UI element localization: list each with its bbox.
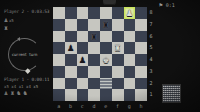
square-g2[interactable]	[124, 78, 136, 90]
square-h1[interactable]	[135, 89, 147, 101]
square-d4[interactable]	[88, 54, 100, 66]
captured-item: ♜	[4, 24, 49, 32]
square-g4[interactable]	[124, 54, 136, 66]
pawn-icon: ♟	[4, 90, 8, 97]
square-e6[interactable]	[100, 31, 112, 43]
square-e5[interactable]	[100, 42, 112, 54]
knight-icon: ♞	[23, 90, 27, 97]
square-a1[interactable]	[53, 89, 65, 101]
square-g7[interactable]	[124, 19, 136, 31]
square-b3[interactable]	[65, 66, 77, 78]
square-c1[interactable]	[77, 89, 89, 101]
square-g3[interactable]	[124, 66, 136, 78]
square-f6[interactable]	[112, 31, 124, 43]
square-f7[interactable]	[112, 19, 124, 31]
square-e4[interactable]: ♚	[100, 54, 112, 66]
square-b4[interactable]	[65, 54, 77, 66]
current-turn-indicator: current turn	[8, 38, 41, 71]
rank-labels: 87654321	[147, 7, 155, 101]
square-h8[interactable]	[135, 7, 147, 19]
file-labels: abcdefgh	[53, 102, 147, 110]
square-d3[interactable]	[88, 66, 100, 78]
rank-label-8: 8	[147, 7, 155, 19]
square-a2[interactable]	[53, 78, 65, 90]
rook-icon: ♜	[4, 24, 8, 32]
square-e7[interactable]: ♜	[100, 19, 112, 31]
square-a6[interactable]	[53, 31, 65, 43]
black-pawn[interactable]: ♟	[79, 54, 85, 66]
minimap-thumbnail[interactable]	[163, 85, 180, 102]
file-label-b: b	[65, 102, 77, 110]
current-turn-label: current turn	[12, 52, 37, 57]
rank-label-1: 1	[147, 89, 155, 101]
square-c4[interactable]: ♟	[77, 54, 89, 66]
rank-label-4: 4	[147, 54, 155, 66]
rook-icon: ♜	[10, 90, 14, 97]
square-f3[interactable]	[112, 66, 124, 78]
square-a7[interactable]	[53, 19, 65, 31]
file-label-h: h	[135, 102, 147, 110]
menu-pill[interactable]	[103, 0, 116, 5]
square-b8[interactable]	[65, 7, 77, 19]
square-f8[interactable]	[112, 7, 124, 19]
captured-item: ♟ x5	[4, 16, 49, 24]
square-g5[interactable]	[124, 42, 136, 54]
square-b6[interactable]	[65, 31, 77, 43]
captured-count: x5	[33, 84, 38, 89]
black-pawn[interactable]: ♟	[67, 42, 73, 54]
score-text: 0:1	[166, 2, 175, 8]
square-f2[interactable]	[112, 78, 124, 90]
chess-board: ♟♜♜♟♜♟♚	[53, 7, 147, 101]
square-h3[interactable]	[135, 66, 147, 78]
rank-label-6: 6	[147, 31, 155, 43]
player1-panel: Player 1 - 0:00:11 x5x4x1x4x5 ♟♜♞♞	[4, 77, 49, 97]
square-d7[interactable]	[88, 19, 100, 31]
square-e3[interactable]	[100, 66, 112, 78]
square-d8[interactable]	[88, 7, 100, 19]
square-b2[interactable]	[65, 78, 77, 90]
rank-label-7: 7	[147, 19, 155, 31]
black-rook[interactable]: ♜	[103, 19, 109, 31]
captured-count: x5	[9, 18, 14, 23]
rank-label-5: 5	[147, 42, 155, 54]
square-b7[interactable]	[65, 19, 77, 31]
knight-icon: ♞	[17, 90, 21, 97]
square-g8[interactable]: ♟	[124, 7, 136, 19]
square-e1[interactable]	[100, 89, 112, 101]
square-d6[interactable]: ♜	[88, 31, 100, 43]
turn-marker-dot	[25, 68, 30, 73]
square-d5[interactable]	[88, 42, 100, 54]
square-a8[interactable]	[53, 7, 65, 19]
player1-timer: Player 1 - 0:00:11	[4, 77, 49, 82]
square-e2[interactable]	[100, 78, 112, 90]
player2-panel: Player 2 - 0:03:53 ♟ x5 ♜	[4, 9, 49, 32]
turn-arrow-icon	[17, 37, 20, 41]
white-king[interactable]: ♚	[103, 54, 109, 66]
square-g1[interactable]	[124, 89, 136, 101]
square-c7[interactable]	[77, 19, 89, 31]
rank-label-2: 2	[147, 78, 155, 90]
square-g6[interactable]	[124, 31, 136, 43]
file-label-c: c	[77, 102, 89, 110]
square-a4[interactable]	[53, 54, 65, 66]
square-h7[interactable]	[135, 19, 147, 31]
square-c3[interactable]	[77, 66, 89, 78]
rank-label-3: 3	[147, 66, 155, 78]
player2-timer: Player 2 - 0:03:53	[4, 9, 49, 14]
file-label-g: g	[124, 102, 136, 110]
player1-captured-icons: ♟♜♞♞	[4, 90, 49, 97]
square-d1[interactable]	[88, 89, 100, 101]
white-rook[interactable]: ♜	[114, 42, 120, 54]
square-d2[interactable]	[88, 78, 100, 90]
file-label-a: a	[53, 102, 65, 110]
square-c6[interactable]	[77, 31, 89, 43]
white-pawn[interactable]: ♟	[126, 7, 132, 19]
score-area: ⚑ 0:1	[159, 1, 175, 8]
square-h2[interactable]	[135, 78, 147, 90]
square-e8[interactable]	[100, 7, 112, 19]
square-h6[interactable]	[135, 31, 147, 43]
square-h4[interactable]	[135, 54, 147, 66]
file-label-f: f	[112, 102, 124, 110]
square-f5[interactable]: ♜	[112, 42, 124, 54]
file-label-e: e	[100, 102, 112, 110]
player2-captured-tray: ♟ x5 ♜	[4, 16, 49, 32]
square-a3[interactable]	[53, 66, 65, 78]
square-a5[interactable]	[53, 42, 65, 54]
pawn-icon: ♟	[4, 16, 8, 24]
square-c5[interactable]	[77, 42, 89, 54]
square-f1[interactable]	[112, 89, 124, 101]
flag-icon: ⚑	[159, 1, 163, 8]
square-h5[interactable]	[135, 42, 147, 54]
square-b1[interactable]	[65, 89, 77, 101]
file-label-d: d	[88, 102, 100, 110]
square-c8[interactable]	[77, 7, 89, 19]
square-b5[interactable]: ♟	[65, 42, 77, 54]
black-rook[interactable]: ♜	[91, 31, 97, 43]
square-c2[interactable]	[77, 78, 89, 90]
square-f4[interactable]	[112, 54, 124, 66]
chess-game-screen: Player 2 - 0:03:53 ♟ x5 ♜ current turn P…	[0, 0, 200, 112]
